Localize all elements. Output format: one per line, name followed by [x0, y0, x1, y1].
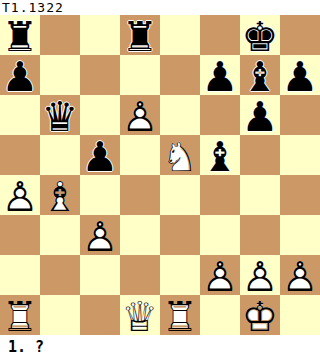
white-pawn-piece[interactable]: ♙ [280, 255, 320, 295]
square-b3[interactable] [40, 215, 80, 255]
square-b7[interactable] [40, 55, 80, 95]
square-f1[interactable] [200, 295, 240, 335]
square-d8[interactable]: ♜ [120, 15, 160, 55]
puzzle-id: T1.1322 [2, 0, 64, 15]
white-pawn-piece[interactable]: ♙ [240, 255, 280, 295]
black-pawn-piece[interactable]: ♟ [80, 135, 120, 175]
white-pawn-piece[interactable]: ♙ [80, 215, 120, 255]
square-f3[interactable] [200, 215, 240, 255]
square-f6[interactable] [200, 95, 240, 135]
white-king-piece-fill: ♚ [240, 295, 280, 335]
square-h8[interactable] [280, 15, 320, 55]
square-f4[interactable] [200, 175, 240, 215]
square-b4[interactable]: ♝♗ [40, 175, 80, 215]
square-h4[interactable] [280, 175, 320, 215]
square-b1[interactable] [40, 295, 80, 335]
black-bishop-piece[interactable]: ♝ [240, 55, 280, 95]
square-b5[interactable] [40, 135, 80, 175]
black-pawn-piece[interactable]: ♟ [0, 55, 40, 95]
white-pawn-piece-fill: ♟ [240, 255, 280, 295]
white-king-piece[interactable]: ♔ [240, 295, 280, 335]
white-pawn-piece-fill: ♟ [120, 95, 160, 135]
white-pawn-piece-fill: ♟ [0, 175, 40, 215]
square-h1[interactable] [280, 295, 320, 335]
square-a2[interactable] [0, 255, 40, 295]
black-queen-piece[interactable]: ♛ [40, 95, 80, 135]
white-pawn-piece[interactable]: ♙ [0, 175, 40, 215]
square-g1[interactable]: ♚♔ [240, 295, 280, 335]
white-queen-piece[interactable]: ♕ [120, 295, 160, 335]
square-f7[interactable]: ♟ [200, 55, 240, 95]
square-d5[interactable] [120, 135, 160, 175]
white-rook-piece-fill: ♜ [160, 295, 200, 335]
square-e1[interactable]: ♜♖ [160, 295, 200, 335]
square-c8[interactable] [80, 15, 120, 55]
white-queen-piece-fill: ♛ [120, 295, 160, 335]
square-c2[interactable] [80, 255, 120, 295]
chess-board: ♜♜♚♟♟♝♟♛♟♙♟♟♞♘♝♟♙♝♗♟♙♟♙♟♙♟♙♜♖♛♕♜♖♚♔ [0, 15, 320, 335]
square-e5[interactable]: ♞♘ [160, 135, 200, 175]
white-knight-piece-fill: ♞ [160, 135, 200, 175]
square-g7[interactable]: ♝ [240, 55, 280, 95]
square-a1[interactable]: ♜♖ [0, 295, 40, 335]
white-rook-piece-fill: ♜ [0, 295, 40, 335]
square-g2[interactable]: ♟♙ [240, 255, 280, 295]
black-pawn-piece[interactable]: ♟ [200, 55, 240, 95]
square-d2[interactable] [120, 255, 160, 295]
square-h2[interactable]: ♟♙ [280, 255, 320, 295]
title-bar: T1.1322 [0, 0, 320, 15]
move-prompt: 1. ? [8, 338, 44, 356]
square-e4[interactable] [160, 175, 200, 215]
white-rook-piece[interactable]: ♖ [0, 295, 40, 335]
square-b8[interactable] [40, 15, 80, 55]
black-pawn-piece[interactable]: ♟ [280, 55, 320, 95]
square-a3[interactable] [0, 215, 40, 255]
white-pawn-piece-fill: ♟ [280, 255, 320, 295]
square-d6[interactable]: ♟♙ [120, 95, 160, 135]
square-g3[interactable] [240, 215, 280, 255]
white-bishop-piece-fill: ♝ [40, 175, 80, 215]
square-h5[interactable] [280, 135, 320, 175]
black-bishop-piece[interactable]: ♝ [200, 135, 240, 175]
square-b2[interactable] [40, 255, 80, 295]
square-d3[interactable] [120, 215, 160, 255]
square-a7[interactable]: ♟ [0, 55, 40, 95]
white-pawn-piece[interactable]: ♙ [120, 95, 160, 135]
square-a6[interactable] [0, 95, 40, 135]
white-pawn-piece[interactable]: ♙ [200, 255, 240, 295]
white-bishop-piece[interactable]: ♗ [40, 175, 80, 215]
white-pawn-piece-fill: ♟ [200, 255, 240, 295]
square-f8[interactable] [200, 15, 240, 55]
square-c7[interactable] [80, 55, 120, 95]
white-knight-piece[interactable]: ♘ [160, 135, 200, 175]
square-d1[interactable]: ♛♕ [120, 295, 160, 335]
square-c3[interactable]: ♟♙ [80, 215, 120, 255]
square-g6[interactable]: ♟ [240, 95, 280, 135]
square-f5[interactable]: ♝ [200, 135, 240, 175]
square-g8[interactable]: ♚ [240, 15, 280, 55]
black-rook-piece[interactable]: ♜ [120, 15, 160, 55]
square-d4[interactable] [120, 175, 160, 215]
square-e3[interactable] [160, 215, 200, 255]
square-c4[interactable] [80, 175, 120, 215]
square-h3[interactable] [280, 215, 320, 255]
square-c6[interactable] [80, 95, 120, 135]
square-e6[interactable] [160, 95, 200, 135]
square-g5[interactable] [240, 135, 280, 175]
square-c1[interactable] [80, 295, 120, 335]
black-rook-piece[interactable]: ♜ [0, 15, 40, 55]
square-e2[interactable] [160, 255, 200, 295]
square-f2[interactable]: ♟♙ [200, 255, 240, 295]
square-e8[interactable] [160, 15, 200, 55]
square-h7[interactable]: ♟ [280, 55, 320, 95]
white-rook-piece[interactable]: ♖ [160, 295, 200, 335]
black-king-piece[interactable]: ♚ [240, 15, 280, 55]
square-c5[interactable]: ♟ [80, 135, 120, 175]
square-g4[interactable] [240, 175, 280, 215]
square-a4[interactable]: ♟♙ [0, 175, 40, 215]
square-a5[interactable] [0, 135, 40, 175]
square-e7[interactable] [160, 55, 200, 95]
square-h6[interactable] [280, 95, 320, 135]
white-pawn-piece-fill: ♟ [80, 215, 120, 255]
square-b6[interactable]: ♛ [40, 95, 80, 135]
square-a8[interactable]: ♜ [0, 15, 40, 55]
black-pawn-piece[interactable]: ♟ [240, 95, 280, 135]
square-d7[interactable] [120, 55, 160, 95]
